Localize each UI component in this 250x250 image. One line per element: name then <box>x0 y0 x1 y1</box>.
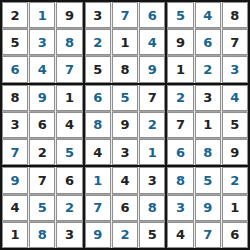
cell-r5c3[interactable]: 4 <box>56 112 82 138</box>
cell-r2c2[interactable]: 3 <box>29 29 55 55</box>
cell-r2c4[interactable]: 2 <box>85 29 111 55</box>
cell-r7c1[interactable]: 9 <box>2 167 28 193</box>
cell-r2c1[interactable]: 5 <box>2 29 28 55</box>
cell-r6c1[interactable]: 7 <box>2 139 28 165</box>
cell-r2c6[interactable]: 4 <box>139 29 165 55</box>
cell-r4c5[interactable]: 5 <box>112 85 138 111</box>
cell-r5c1[interactable]: 3 <box>2 112 28 138</box>
cell-r8c6[interactable]: 8 <box>139 195 165 221</box>
sudoku-box-1-1: 219538647 <box>2 2 83 83</box>
cell-r9c2[interactable]: 8 <box>29 222 55 248</box>
cell-r4c4[interactable]: 6 <box>85 85 111 111</box>
cell-r9c6[interactable]: 5 <box>139 222 165 248</box>
sudoku-box-1-2: 376214589 <box>85 2 166 83</box>
cell-r6c8[interactable]: 8 <box>195 139 221 165</box>
cell-r9c7[interactable]: 4 <box>167 222 193 248</box>
sudoku-box-3-1: 976452183 <box>2 167 83 248</box>
sudoku-box-2-2: 657892431 <box>85 85 166 166</box>
cell-r8c8[interactable]: 9 <box>195 195 221 221</box>
cell-r5c6[interactable]: 2 <box>139 112 165 138</box>
cell-r7c2[interactable]: 7 <box>29 167 55 193</box>
cell-r6c5[interactable]: 3 <box>112 139 138 165</box>
cell-r1c9[interactable]: 8 <box>222 2 248 28</box>
cell-r7c4[interactable]: 1 <box>85 167 111 193</box>
cell-r3c9[interactable]: 3 <box>222 56 248 82</box>
cell-r1c4[interactable]: 3 <box>85 2 111 28</box>
cell-r5c9[interactable]: 5 <box>222 112 248 138</box>
cell-r7c6[interactable]: 3 <box>139 167 165 193</box>
sudoku-box-2-3: 234715689 <box>167 85 248 166</box>
cell-r5c5[interactable]: 9 <box>112 112 138 138</box>
cell-r7c5[interactable]: 4 <box>112 167 138 193</box>
cell-r9c9[interactable]: 6 <box>222 222 248 248</box>
cell-r8c4[interactable]: 7 <box>85 195 111 221</box>
cell-r6c9[interactable]: 9 <box>222 139 248 165</box>
sudoku-box-2-1: 891364725 <box>2 85 83 166</box>
cell-r9c3[interactable]: 3 <box>56 222 82 248</box>
cell-r9c5[interactable]: 2 <box>112 222 138 248</box>
cell-r3c1[interactable]: 6 <box>2 56 28 82</box>
cell-r1c6[interactable]: 6 <box>139 2 165 28</box>
cell-r3c3[interactable]: 7 <box>56 56 82 82</box>
cell-r9c8[interactable]: 7 <box>195 222 221 248</box>
cell-r7c8[interactable]: 5 <box>195 167 221 193</box>
cell-r1c8[interactable]: 4 <box>195 2 221 28</box>
cell-r3c2[interactable]: 4 <box>29 56 55 82</box>
cell-r1c1[interactable]: 2 <box>2 2 28 28</box>
cell-r6c4[interactable]: 4 <box>85 139 111 165</box>
cell-r5c4[interactable]: 8 <box>85 112 111 138</box>
cell-r6c3[interactable]: 5 <box>56 139 82 165</box>
cell-r5c8[interactable]: 1 <box>195 112 221 138</box>
cell-r8c7[interactable]: 3 <box>167 195 193 221</box>
sudoku-box-3-3: 852391476 <box>167 167 248 248</box>
cell-r2c8[interactable]: 6 <box>195 29 221 55</box>
cell-r3c6[interactable]: 9 <box>139 56 165 82</box>
cell-r8c1[interactable]: 4 <box>2 195 28 221</box>
cell-r6c7[interactable]: 6 <box>167 139 193 165</box>
cell-r1c3[interactable]: 9 <box>56 2 82 28</box>
sudoku-box-1-3: 548967123 <box>167 2 248 83</box>
cell-r8c3[interactable]: 2 <box>56 195 82 221</box>
cell-r3c5[interactable]: 8 <box>112 56 138 82</box>
cell-r3c7[interactable]: 1 <box>167 56 193 82</box>
sudoku-board: 2195386473762145895489671238913647256578… <box>0 0 250 250</box>
cell-r4c8[interactable]: 3 <box>195 85 221 111</box>
cell-r6c2[interactable]: 2 <box>29 139 55 165</box>
cell-r8c9[interactable]: 1 <box>222 195 248 221</box>
cell-r3c4[interactable]: 5 <box>85 56 111 82</box>
cell-r4c3[interactable]: 1 <box>56 85 82 111</box>
cell-r1c5[interactable]: 7 <box>112 2 138 28</box>
cell-r8c5[interactable]: 6 <box>112 195 138 221</box>
cell-r4c7[interactable]: 2 <box>167 85 193 111</box>
cell-r5c7[interactable]: 7 <box>167 112 193 138</box>
cell-r5c2[interactable]: 6 <box>29 112 55 138</box>
cell-r1c7[interactable]: 5 <box>167 2 193 28</box>
cell-r1c2[interactable]: 1 <box>29 2 55 28</box>
cell-r8c2[interactable]: 5 <box>29 195 55 221</box>
cell-r4c1[interactable]: 8 <box>2 85 28 111</box>
cell-r4c9[interactable]: 4 <box>222 85 248 111</box>
cell-r3c8[interactable]: 2 <box>195 56 221 82</box>
cell-r4c6[interactable]: 7 <box>139 85 165 111</box>
cell-r7c9[interactable]: 2 <box>222 167 248 193</box>
cell-r7c7[interactable]: 8 <box>167 167 193 193</box>
sudoku-box-3-2: 143768925 <box>85 167 166 248</box>
cell-r4c2[interactable]: 9 <box>29 85 55 111</box>
cell-r9c4[interactable]: 9 <box>85 222 111 248</box>
cell-r9c1[interactable]: 1 <box>2 222 28 248</box>
cell-r2c3[interactable]: 8 <box>56 29 82 55</box>
cell-r7c3[interactable]: 6 <box>56 167 82 193</box>
cell-r2c5[interactable]: 1 <box>112 29 138 55</box>
cell-r2c9[interactable]: 7 <box>222 29 248 55</box>
cell-r2c7[interactable]: 9 <box>167 29 193 55</box>
cell-r6c6[interactable]: 1 <box>139 139 165 165</box>
